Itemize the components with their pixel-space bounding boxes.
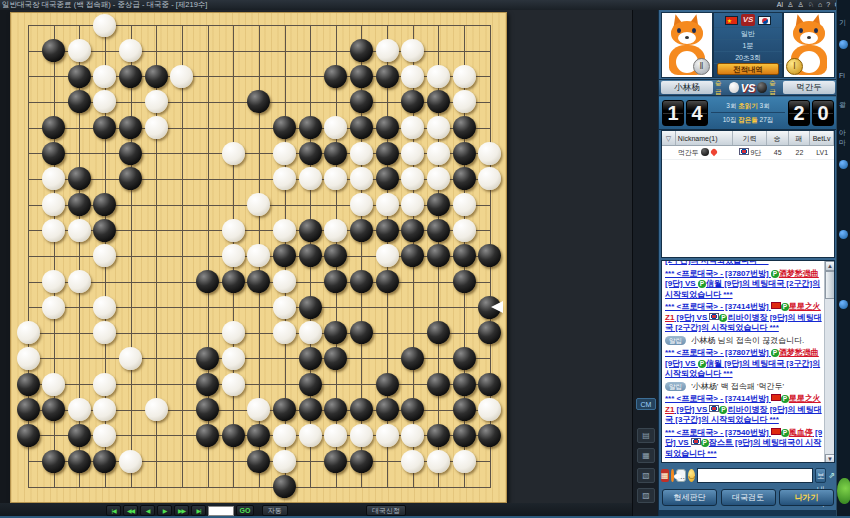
white-stone-11-6: [299, 167, 322, 190]
review-button[interactable]: 대국검토: [721, 489, 776, 506]
rank-badge-icon: [839, 160, 848, 169]
white-stone-18-6: [478, 167, 501, 190]
korea-flag-icon: [709, 405, 719, 412]
white-stone-16-6: [427, 167, 450, 190]
black-stone-9-17: [247, 450, 270, 473]
black-stone-3-17: [93, 450, 116, 473]
location-pin-icon: [710, 148, 718, 156]
black-stone-18-12: [478, 321, 501, 344]
black-stone-10-15: [273, 398, 296, 421]
side-toolbar: CM ▤ ▦ ▧ ▨: [632, 10, 658, 518]
white-stone-5-4: [145, 116, 168, 139]
titlebar-icon[interactable]: AI: [777, 0, 784, 10]
black-stone-2-6: [68, 167, 91, 190]
black-stone-11-8: [299, 219, 322, 242]
black-stone-0-14: [17, 373, 40, 396]
black-stone-1-1: [42, 39, 65, 62]
player-name-bar: 小林杨 승급 VS 승급 먹간두: [659, 79, 837, 96]
white-stone-18-15: [478, 398, 501, 421]
board-tool-icon[interactable]: ▧: [637, 468, 655, 483]
pro-badge-icon: P: [771, 349, 779, 357]
white-stone-3-2: [93, 65, 116, 88]
white-stone-15-16: [401, 424, 424, 447]
white-stone-10-12: [273, 321, 296, 344]
notice-badge: 알림: [665, 382, 686, 391]
rank-badge-icon: [839, 230, 848, 239]
black-stone-14-14: [376, 373, 399, 396]
white-stone-15-1: [401, 39, 424, 62]
app-window: 일반대국장 대국종료 (백 접속패) - 중상급 - 대국중 - [제219수]…: [0, 0, 850, 518]
player-card-white: Ⅱ: [661, 12, 713, 78]
playback-◀-button[interactable]: ◀: [140, 505, 155, 516]
white-stone-10-17: [273, 450, 296, 473]
chat-message: 알림 '小林杨' 백 접속패 '먹간두': [665, 382, 823, 393]
white-stone-icon: [729, 82, 739, 93]
white-stone-13-6: [350, 167, 373, 190]
vs-label: VS: [741, 14, 756, 26]
black-stone-11-13: [299, 347, 322, 370]
white-stone-4-1: [119, 39, 142, 62]
input-expand-icon[interactable]: ⇗: [828, 471, 835, 480]
black-stone-1-15: [42, 398, 65, 421]
title-bar: 일반대국장 대국종료 (백 접속패) - 중상급 - 대국중 - [제219수]…: [0, 0, 850, 10]
chat-message: 알림 小林杨 님의 접속이 끊겼습니다.: [665, 336, 823, 347]
white-stone-16-4: [427, 116, 450, 139]
white-stone-6-2: [170, 65, 193, 88]
white-stone-18-5: [478, 142, 501, 165]
vs-big-label: VS: [741, 82, 756, 94]
white-stone-4-17: [119, 450, 142, 473]
black-player-name: 먹간두: [783, 81, 835, 94]
notice-badge: 알림: [665, 336, 686, 345]
white-stone-10-6: [273, 167, 296, 190]
chat-scrollbar[interactable]: ▲ ▼: [824, 261, 834, 463]
black-stone-11-4: [299, 116, 322, 139]
chat-box[interactable]: [2구간]의 시작되었습니다 ****** <프로대국> - [37807번방]…: [661, 260, 835, 463]
user-list[interactable]: ▽ Nickname(1) 기력 승 패 BetLv 먹간두 9단 4522LV…: [661, 130, 835, 258]
white-stone-3-9: [93, 244, 116, 267]
black-stone-14-15: [376, 398, 399, 421]
black-stone-7-10: [196, 270, 219, 293]
fox-emote-icon[interactable]: [671, 469, 675, 482]
white-stone-15-17: [401, 450, 424, 473]
board-left-margin: [0, 10, 10, 503]
chat-input[interactable]: [697, 468, 813, 483]
move-number-input[interactable]: [208, 506, 234, 516]
black-score-digit: 0: [812, 100, 834, 126]
white-stone-16-2: [427, 65, 450, 88]
estimate-button[interactable]: 형세판단: [662, 489, 717, 506]
player-card-black: Ⅰ: [783, 12, 835, 78]
white-stone-3-14: [93, 373, 116, 396]
playback-◀◀-button[interactable]: ◀◀: [123, 505, 138, 516]
chat-message: *** <프로대국> - [37414번방] P星星之火 Z1 [9단] VS …: [665, 394, 823, 426]
black-stone-7-16: [196, 424, 219, 447]
filter-icon[interactable]: ▽: [662, 131, 676, 145]
cm-button[interactable]: CM: [636, 398, 656, 410]
korea-flag-icon: [709, 313, 719, 320]
black-stone-1-17: [42, 450, 65, 473]
white-stone-12-16: [324, 424, 347, 447]
white-stone-0-12: [17, 321, 40, 344]
board-zone: [0, 10, 632, 503]
black-stone-13-10: [350, 270, 373, 293]
black-stone-2-3: [68, 90, 91, 113]
black-stone-3-8: [93, 219, 116, 242]
captures-label: 잡은돌: [738, 116, 758, 123]
black-stone-icon: [757, 82, 767, 93]
white-stone-10-10: [273, 270, 296, 293]
black-stone-7-13: [196, 347, 219, 370]
titlebar-icon[interactable]: ♘: [808, 0, 814, 10]
white-stone-8-12: [222, 321, 245, 344]
white-stone-14-1: [376, 39, 399, 62]
black-stone-12-2: [324, 65, 347, 88]
playback-▶-button[interactable]: ▶: [157, 505, 172, 516]
black-stone-9-3: [247, 90, 270, 113]
auto-button[interactable]: 자동: [262, 505, 288, 516]
white-stone-8-8: [222, 219, 245, 242]
pro-badge-icon: P: [698, 360, 706, 368]
white-stone-4-13: [119, 347, 142, 370]
white-stone-15-6: [401, 167, 424, 190]
white-stone-14-9: [376, 244, 399, 267]
black-stone-1-5: [42, 142, 65, 165]
korea-flag-icon: [691, 438, 701, 445]
black-stone-17-13: [453, 347, 476, 370]
white-rankup-label: 승급: [715, 79, 727, 97]
black-stone-12-9: [324, 244, 347, 267]
black-stone-15-8: [401, 219, 424, 242]
black-stone-2-17: [68, 450, 91, 473]
white-stone-17-8: [453, 219, 476, 242]
pro-badge-icon: P: [771, 270, 779, 278]
black-stone-10-9: [273, 244, 296, 267]
plant-sticker: [837, 478, 850, 504]
white-stone-14-16: [376, 424, 399, 447]
silver-medal-icon: Ⅱ: [693, 58, 710, 75]
white-stone-10-11: [273, 296, 296, 319]
score-strip: 1 4 3회 초읽기 3회 10집 잡은돌 27집 2 0: [659, 97, 837, 130]
game-request-button[interactable]: 대국신청: [366, 505, 406, 516]
white-stone-9-7: [247, 193, 270, 216]
white-stone-17-17: [453, 450, 476, 473]
china-flag-icon: [771, 302, 781, 309]
white-stone-15-2: [401, 65, 424, 88]
smiley-icon[interactable]: ◡: [688, 469, 695, 482]
black-stone-2-7: [68, 193, 91, 216]
white-stone-16-5: [427, 142, 450, 165]
black-stone-11-9: [299, 244, 322, 267]
black-stone-18-16: [478, 424, 501, 447]
titlebar-icon[interactable]: ?: [826, 0, 830, 10]
black-stone-13-3: [350, 90, 373, 113]
send-button[interactable]: 보내기: [815, 468, 826, 483]
black-stone-14-10: [376, 270, 399, 293]
titlebar-icon[interactable]: ♙: [787, 0, 793, 10]
game-type-label: 일반: [714, 28, 782, 40]
black-stone-13-1: [350, 39, 373, 62]
black-stone-16-7: [427, 193, 450, 216]
black-stone-icon: [701, 148, 709, 156]
black-stone-4-6: [119, 167, 142, 190]
edge-text-fragment: 기: [839, 18, 846, 28]
font-color-icon[interactable]: ▦: [661, 469, 669, 482]
white-stone-17-7: [453, 193, 476, 216]
white-stone-15-7: [401, 193, 424, 216]
white-stone-10-5: [273, 142, 296, 165]
white-stone-13-16: [350, 424, 373, 447]
korea-flag-icon: [758, 16, 771, 25]
edge-text-fragment: 아마: [839, 128, 850, 148]
white-stone-2-1: [68, 39, 91, 62]
board-tool-icon[interactable]: ▤: [637, 428, 655, 443]
goban[interactable]: [10, 12, 507, 503]
black-stone-10-4: [273, 116, 296, 139]
black-stone-2-16: [68, 424, 91, 447]
playback-▶▶-button[interactable]: ▶▶: [174, 505, 189, 516]
black-stone-13-15: [350, 398, 373, 421]
black-stone-17-4: [453, 116, 476, 139]
grid-line: [28, 487, 491, 488]
playback-|◀-button[interactable]: |◀: [106, 505, 121, 516]
white-stone-8-9: [222, 244, 245, 267]
pro-badge-icon: P: [781, 429, 789, 437]
action-button-row: 형세판단 대국검토 나가기: [659, 488, 837, 509]
black-stone-11-14: [299, 373, 322, 396]
white-stone-15-5: [401, 142, 424, 165]
black-stone-12-5: [324, 142, 347, 165]
black-stone-4-5: [119, 142, 142, 165]
pro-badge-icon: P: [781, 395, 789, 403]
history-button[interactable]: 전적내역: [717, 63, 779, 75]
black-stone-9-10: [247, 270, 270, 293]
black-stone-18-9: [478, 244, 501, 267]
scroll-thumb[interactable]: [825, 271, 835, 299]
black-stone-9-16: [247, 424, 270, 447]
rank-badge-icon: [839, 40, 848, 49]
black-stone-12-15: [324, 398, 347, 421]
white-stone-3-0: [93, 14, 116, 37]
chat-message: *** <프로대국> - [37807번방] P酒梦愁强曲 [9단] VS P信…: [665, 269, 823, 301]
pro-badge-icon: P: [781, 303, 789, 311]
black-stone-0-15: [17, 398, 40, 421]
black-stone-15-13: [401, 347, 424, 370]
white-stone-16-17: [427, 450, 450, 473]
black-stone-14-5: [376, 142, 399, 165]
white-stone-14-7: [376, 193, 399, 216]
white-stone-8-14: [222, 373, 245, 396]
white-stone-9-9: [247, 244, 270, 267]
black-stone-14-2: [376, 65, 399, 88]
black-stone-12-10: [324, 270, 347, 293]
user-list-header: ▽ Nickname(1) 기력 승 패 BetLv: [662, 131, 834, 146]
byoyomi-label: 초읽기: [738, 102, 758, 109]
black-stone-3-4: [93, 116, 116, 139]
korea-flag-icon: [739, 148, 749, 155]
user-list-rows: 먹간두 9단 4522LV1: [662, 146, 834, 160]
black-stone-17-5: [453, 142, 476, 165]
edge-text-fragment: 왕: [839, 100, 846, 110]
black-rankup-label: 승급: [769, 79, 781, 97]
black-stone-17-16: [453, 424, 476, 447]
white-stone-2-15: [68, 398, 91, 421]
white-stone-3-12: [93, 321, 116, 344]
black-stone-16-12: [427, 321, 450, 344]
pro-badge-icon: P: [701, 439, 709, 447]
white-stone-1-11: [42, 296, 65, 319]
right-panel: Ⅱ VS 일반 1분 20초3회 전적내역 Ⅰ 小林杨: [658, 10, 836, 518]
black-stone-17-6: [453, 167, 476, 190]
black-score-digit: 2: [788, 100, 810, 126]
black-stone-16-3: [427, 90, 450, 113]
black-stone-5-2: [145, 65, 168, 88]
black-stone-13-8: [350, 219, 373, 242]
chat-message: *** <프로대국> - [37540번방] P風血停 [9단] VS P잠스트…: [665, 428, 823, 460]
black-stone-17-9: [453, 244, 476, 267]
black-stone-0-16: [17, 424, 40, 447]
white-stone-11-12: [299, 321, 322, 344]
black-stone-18-11: [478, 296, 501, 319]
white-stone-3-11: [93, 296, 116, 319]
black-stone-13-12: [350, 321, 373, 344]
white-stone-1-6: [42, 167, 65, 190]
window-title: 일반대국장 대국종료 (백 접속패) - 중상급 - 대국중 - [제219수]: [2, 0, 207, 10]
white-stone-5-3: [145, 90, 168, 113]
white-stone-15-4: [401, 116, 424, 139]
black-stone-15-9: [401, 244, 424, 267]
black-stone-3-7: [93, 193, 116, 216]
black-stone-11-5: [299, 142, 322, 165]
white-stone-9-15: [247, 398, 270, 421]
white-stone-10-8: [273, 219, 296, 242]
black-stone-12-12: [324, 321, 347, 344]
white-stone-3-16: [93, 424, 116, 447]
playback-controls: |◀◀◀◀▶▶▶▶| GO 자동: [106, 505, 288, 516]
white-stone-12-6: [324, 167, 347, 190]
scroll-up-icon[interactable]: ▲: [825, 261, 835, 271]
white-score-digit: 1: [662, 100, 684, 126]
black-stone-4-2: [119, 65, 142, 88]
titlebar-icon[interactable]: ⌂: [818, 0, 822, 10]
china-flag-icon: [725, 16, 738, 25]
china-flag-icon: [771, 394, 781, 401]
main-time-label: 1분: [714, 40, 782, 52]
board-tool-icon[interactable]: ▦: [637, 448, 655, 463]
white-player-name: 小林杨: [661, 81, 713, 94]
white-stone-5-15: [145, 398, 168, 421]
black-stone-14-4: [376, 116, 399, 139]
white-stone-10-16: [273, 424, 296, 447]
chat-message: *** <프로대국> - [37807번방] P酒梦愁强曲 [9단] VS P信…: [665, 348, 823, 380]
black-stone-17-15: [453, 398, 476, 421]
playback-▶|-button[interactable]: ▶|: [191, 505, 206, 516]
black-stone-17-14: [453, 373, 476, 396]
go-button[interactable]: GO: [236, 505, 254, 516]
black-stone-1-4: [42, 116, 65, 139]
white-stone-12-4: [324, 116, 347, 139]
white-stone-1-7: [42, 193, 65, 216]
white-stone-0-13: [17, 347, 40, 370]
scroll-down-icon[interactable]: ▼: [825, 454, 835, 463]
white-stone-8-13: [222, 347, 245, 370]
user-list-row[interactable]: 먹간두 9단 4522LV1: [662, 146, 834, 160]
white-stone-17-2: [453, 65, 476, 88]
black-stone-7-14: [196, 373, 219, 396]
chat-message: [2구간]의 시작되었습니다 ***: [665, 261, 823, 267]
white-stone-13-5: [350, 142, 373, 165]
chat-input-row: ▦ … ◡ 보내기 ⇗: [659, 465, 837, 486]
edge-panel-strip: 기Fi왕아마: [836, 0, 850, 518]
black-stone-16-8: [427, 219, 450, 242]
black-stone-7-15: [196, 398, 219, 421]
white-stone-2-10: [68, 270, 91, 293]
black-stone-8-10: [222, 270, 245, 293]
white-stone-3-15: [93, 398, 116, 421]
match-info-panel: VS 일반 1분 20초3회 전적내역: [713, 12, 783, 78]
white-stone-3-3: [93, 90, 116, 113]
white-stone-2-8: [68, 219, 91, 242]
white-score-digit: 4: [686, 100, 708, 126]
black-stone-10-18: [273, 475, 296, 498]
black-stone-18-14: [478, 373, 501, 396]
black-stone-14-8: [376, 219, 399, 242]
vs-strip: 승급 VS 승급: [715, 79, 781, 97]
white-stone-1-8: [42, 219, 65, 242]
black-stone-16-14: [427, 373, 450, 396]
last-move-marker: [491, 301, 503, 313]
black-stone-2-2: [68, 65, 91, 88]
rank-badge-icon: [839, 300, 848, 309]
black-stone-4-4: [119, 116, 142, 139]
white-stone-1-10: [42, 270, 65, 293]
flags-row: VS: [714, 13, 782, 28]
board-tool-icon[interactable]: ▨: [637, 488, 655, 503]
black-stone-15-15: [401, 398, 424, 421]
black-stone-13-4: [350, 116, 373, 139]
black-stone-11-15: [299, 398, 322, 421]
black-stone-14-6: [376, 167, 399, 190]
white-stone-11-16: [299, 424, 322, 447]
black-stone-17-10: [453, 270, 476, 293]
black-stone-8-16: [222, 424, 245, 447]
edge-text-fragment: Fi: [839, 72, 845, 79]
white-stone-13-7: [350, 193, 373, 216]
exit-button[interactable]: 나가기: [779, 489, 834, 506]
chat-message: *** <프로대국> - [37414번방] P星星之火 Z1 [9단] VS …: [665, 302, 823, 334]
white-stone-1-14: [42, 373, 65, 396]
titlebar-icon[interactable]: ♙: [798, 0, 804, 10]
black-stone-12-17: [324, 450, 347, 473]
black-stone-11-11: [299, 296, 322, 319]
black-stone-15-3: [401, 90, 424, 113]
white-stone-17-3: [453, 90, 476, 113]
byoyomi-status: 3회 초읽기 3회 10집 잡은돌 27집: [711, 99, 785, 128]
black-stone-12-13: [324, 347, 347, 370]
china-flag-icon: [771, 428, 781, 435]
black-stone-13-17: [350, 450, 373, 473]
white-stone-12-8: [324, 219, 347, 242]
gold-medal-icon: Ⅰ: [786, 58, 803, 75]
white-stone-8-5: [222, 142, 245, 165]
pro-badge-icon: P: [698, 280, 706, 288]
chat-messages: [2구간]의 시작되었습니다 ****** <프로대국> - [37807번방]…: [663, 261, 825, 463]
black-stone-16-9: [427, 244, 450, 267]
black-stone-16-16: [427, 424, 450, 447]
black-stone-13-2: [350, 65, 373, 88]
